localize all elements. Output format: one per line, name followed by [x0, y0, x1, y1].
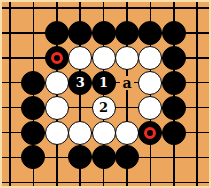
black-stone — [21, 121, 45, 145]
white-stone — [45, 71, 69, 95]
black-stone — [92, 21, 116, 45]
black-stone — [45, 46, 69, 70]
black-stone — [115, 145, 139, 169]
black-stone — [162, 71, 186, 95]
white-stone — [115, 121, 139, 145]
white-stone: 2 — [92, 96, 116, 120]
black-stone — [92, 145, 116, 169]
go-diagram: 31a2 — [0, 0, 211, 188]
black-stone — [162, 21, 186, 45]
black-stone — [138, 21, 162, 45]
black-stone: 1 — [92, 71, 116, 95]
red-circle-mark-icon — [51, 52, 63, 64]
black-stone — [138, 121, 162, 145]
black-stone — [162, 46, 186, 70]
white-stone — [138, 71, 162, 95]
black-stone — [68, 21, 92, 45]
black-stone: 3 — [68, 71, 92, 95]
black-stone — [115, 21, 139, 45]
black-stone — [21, 145, 45, 169]
white-stone — [92, 121, 116, 145]
black-stone — [45, 21, 69, 45]
black-stone — [21, 71, 45, 95]
grid-line-horizontal — [0, 182, 211, 184]
grid-line-horizontal — [0, 7, 211, 9]
white-stone — [68, 46, 92, 70]
grid-line-vertical — [9, 0, 11, 188]
white-stone — [45, 96, 69, 120]
move-number-label: 2 — [99, 101, 108, 114]
white-stone — [138, 46, 162, 70]
go-board: 31a2 — [0, 0, 211, 188]
white-stone — [138, 96, 162, 120]
move-number-label: 1 — [99, 76, 108, 89]
black-stone — [68, 145, 92, 169]
move-number-label: 3 — [76, 76, 85, 89]
white-stone — [92, 46, 116, 70]
point-label-a: a — [115, 71, 139, 95]
white-stone — [115, 46, 139, 70]
red-circle-mark-icon — [144, 127, 156, 139]
black-stone — [162, 96, 186, 120]
white-stone — [45, 121, 69, 145]
grid-line-vertical — [196, 0, 198, 188]
white-stone — [68, 121, 92, 145]
black-stone — [21, 96, 45, 120]
black-stone — [162, 121, 186, 145]
